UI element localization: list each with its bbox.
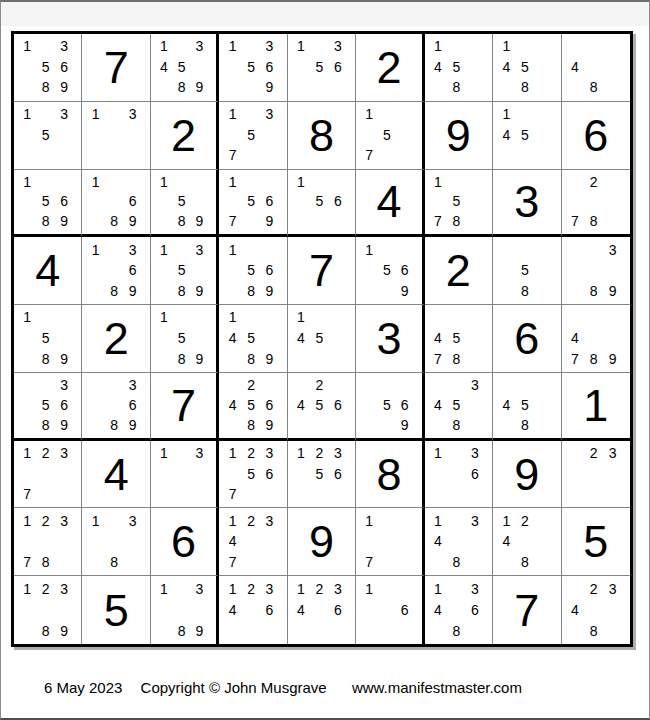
solved-digit: 6	[493, 305, 560, 372]
pencil-marks: 13	[151, 441, 216, 508]
cell-r7c5: 12356	[288, 441, 356, 509]
solved-digit: 1	[562, 373, 630, 438]
cell-r1c8: 1458	[493, 34, 561, 102]
candidate-digit: 2	[310, 375, 328, 395]
cell-r2c8: 145	[493, 102, 561, 170]
solved-digit: 2	[82, 305, 149, 372]
candidate-digit: 6	[329, 57, 347, 78]
candidate-digit: 8	[36, 211, 54, 231]
cell-r3c8: 3	[493, 170, 561, 238]
cell-r4c3: 13589	[151, 237, 219, 305]
candidate-digit: 8	[447, 348, 465, 369]
candidate-digit: 8	[173, 77, 191, 98]
candidate-digit: 5	[242, 328, 260, 349]
solved-digit: 8	[288, 102, 355, 169]
candidate-digit: 4	[566, 328, 585, 349]
candidate-digit: 3	[260, 36, 278, 57]
candidate-digit: 7	[18, 484, 36, 505]
candidate-digit: 4	[292, 599, 310, 620]
candidate-digit: 5	[447, 395, 465, 415]
candidate-digit: 1	[360, 239, 378, 260]
pencil-marks: 1389	[151, 576, 216, 644]
cell-r2c1: 135	[14, 102, 82, 170]
cell-r4c7: 2	[425, 237, 493, 305]
cell-r1c6: 2	[356, 34, 424, 102]
cell-r2c7: 9	[425, 102, 493, 170]
cell-r4c2: 13689	[82, 237, 150, 305]
candidate-digit: 6	[260, 191, 278, 211]
candidate-digit: 3	[191, 36, 209, 57]
candidate-digit: 5	[447, 328, 465, 349]
candidate-digit: 7	[429, 211, 447, 231]
cell-r7c4: 123567	[219, 441, 287, 509]
pencil-marks: 1578	[425, 170, 492, 235]
cell-r1c4: 13569	[219, 34, 287, 102]
candidate-digit: 8	[584, 211, 603, 231]
candidate-digit: 8	[105, 281, 123, 302]
candidate-digit: 3	[329, 443, 347, 464]
candidate-digit: 8	[36, 77, 54, 98]
pencil-marks: 12346	[288, 576, 355, 644]
pencil-marks: 13	[82, 102, 149, 169]
cell-r6c9: 1	[562, 373, 630, 441]
candidate-digit: 1	[155, 239, 173, 260]
candidate-digit: 2	[36, 443, 54, 464]
candidate-digit: 4	[429, 599, 447, 620]
candidate-digit: 5	[310, 328, 328, 349]
pencil-marks: 156	[288, 170, 355, 235]
cell-r4c8: 58	[493, 237, 561, 305]
candidate-digit: 3	[260, 443, 278, 464]
candidate-digit: 5	[516, 395, 534, 415]
solved-digit: 6	[562, 102, 630, 169]
solved-digit: 9	[288, 508, 355, 575]
cell-r6c1: 35689	[14, 373, 82, 441]
candidate-digit: 1	[86, 104, 104, 125]
candidate-digit: 1	[18, 104, 36, 125]
cell-r5c9: 4789	[562, 305, 630, 373]
candidate-digit: 5	[173, 57, 191, 78]
candidate-digit: 1	[18, 443, 36, 464]
candidate-digit: 8	[584, 348, 603, 369]
candidate-digit: 4	[223, 328, 241, 349]
cell-r5c6: 3	[356, 305, 424, 373]
candidate-digit: 6	[329, 395, 347, 415]
pencil-marks: 12389	[14, 576, 81, 644]
pencil-marks: 1569	[356, 237, 421, 304]
candidate-digit: 6	[260, 395, 278, 415]
solved-digit: 6	[151, 508, 216, 575]
candidate-digit: 8	[447, 620, 465, 641]
candidate-digit: 3	[260, 510, 278, 531]
cell-r5c3: 1589	[151, 305, 219, 373]
pencil-marks: 123567	[219, 441, 286, 508]
cell-r6c2: 3689	[82, 373, 150, 441]
pencil-marks: 4789	[562, 305, 630, 372]
pencil-marks: 35689	[14, 373, 81, 438]
candidate-digit: 9	[260, 77, 278, 98]
solved-digit: 4	[82, 441, 149, 508]
candidate-digit: 6	[396, 395, 414, 415]
candidate-digit: 5	[36, 124, 54, 145]
candidate-digit: 4	[429, 531, 447, 552]
cell-r1c2: 7	[82, 34, 150, 102]
cell-r4c6: 1569	[356, 237, 424, 305]
footer-copyright: Copyright © John Musgrave	[141, 679, 327, 696]
cell-r8c4: 12347	[219, 508, 287, 576]
pencil-marks: 245689	[219, 373, 286, 438]
candidate-digit: 9	[260, 211, 278, 231]
candidate-digit: 5	[310, 463, 328, 484]
candidate-digit: 1	[429, 36, 447, 57]
candidate-digit: 5	[242, 463, 260, 484]
cell-r2c9: 6	[562, 102, 630, 170]
candidate-digit: 4	[566, 599, 585, 620]
pencil-marks: 13569	[219, 34, 286, 101]
candidate-digit: 6	[466, 463, 484, 484]
candidate-digit: 9	[55, 77, 73, 98]
candidate-digit: 7	[360, 552, 378, 573]
solved-digit: 7	[82, 34, 149, 101]
pencil-marks: 1237	[14, 441, 81, 508]
candidate-digit: 4	[155, 57, 173, 78]
candidate-digit: 5	[447, 57, 465, 78]
candidate-digit: 5	[242, 395, 260, 415]
cell-r8c6: 17	[356, 508, 424, 576]
candidate-digit: 8	[105, 211, 123, 231]
candidate-digit: 3	[466, 578, 484, 599]
candidate-digit: 3	[466, 510, 484, 531]
pencil-marks: 12356	[288, 441, 355, 508]
candidate-digit: 4	[292, 328, 310, 349]
pencil-marks: 13689	[82, 237, 149, 304]
solved-digit: 2	[356, 34, 421, 101]
candidate-digit: 1	[360, 578, 378, 599]
pencil-marks: 15689	[219, 237, 286, 304]
candidate-digit: 9	[260, 415, 278, 435]
candidate-digit: 8	[242, 348, 260, 369]
candidate-digit: 7	[566, 211, 585, 231]
candidate-digit: 1	[429, 510, 447, 531]
pencil-marks: 135	[14, 102, 81, 169]
solved-digit: 8	[356, 441, 421, 508]
cell-r8c3: 6	[151, 508, 219, 576]
cell-r5c2: 2	[82, 305, 150, 373]
pencil-marks: 3689	[82, 373, 149, 438]
cell-r8c1: 12378	[14, 508, 82, 576]
candidate-digit: 9	[191, 281, 209, 302]
candidate-digit: 3	[329, 36, 347, 57]
cell-r1c3: 134589	[151, 34, 219, 102]
candidate-digit: 8	[173, 281, 191, 302]
cell-r1c5: 1356	[288, 34, 356, 102]
candidate-digit: 5	[447, 191, 465, 211]
candidate-digit: 9	[396, 281, 414, 302]
candidate-digit: 1	[18, 578, 36, 599]
top-band	[1, 2, 649, 26]
cell-r8c5: 9	[288, 508, 356, 576]
cell-r2c4: 1357	[219, 102, 287, 170]
cell-r6c3: 7	[151, 373, 219, 441]
candidate-digit: 3	[123, 510, 141, 531]
cell-r6c5: 2456	[288, 373, 356, 441]
cell-r9c8: 7	[493, 576, 561, 644]
candidate-digit: 8	[447, 415, 465, 435]
candidate-digit: 2	[242, 510, 260, 531]
pencil-marks: 1458	[425, 34, 492, 101]
cell-r7c7: 136	[425, 441, 493, 509]
solved-digit: 9	[425, 102, 492, 169]
cell-r8c2: 138	[82, 508, 150, 576]
cell-r5c5: 145	[288, 305, 356, 373]
candidate-digit: 7	[429, 348, 447, 369]
candidate-digit: 4	[223, 531, 241, 552]
pencil-marks: 12346	[219, 576, 286, 644]
solved-digit: 5	[82, 576, 149, 644]
cell-r2c3: 2	[151, 102, 219, 170]
candidate-digit: 7	[223, 552, 241, 573]
candidate-digit: 7	[223, 211, 241, 231]
cell-r9c2: 5	[82, 576, 150, 644]
candidate-digit: 1	[360, 104, 378, 125]
candidate-digit: 4	[223, 599, 241, 620]
cell-r3c6: 4	[356, 170, 424, 238]
pencil-marks: 157	[356, 102, 421, 169]
candidate-digit: 3	[329, 578, 347, 599]
candidate-digit: 5	[242, 191, 260, 211]
cell-r9c6: 16	[356, 576, 424, 644]
candidate-digit: 4	[429, 395, 447, 415]
pencil-marks: 16	[356, 576, 421, 644]
candidate-digit: 8	[584, 77, 603, 98]
pencil-marks: 48	[562, 34, 630, 101]
candidate-digit: 1	[18, 510, 36, 531]
candidate-digit: 8	[105, 415, 123, 435]
candidate-digit: 5	[378, 260, 396, 281]
candidate-digit: 9	[55, 620, 73, 641]
pencil-marks: 1589	[14, 305, 81, 372]
candidate-digit: 1	[86, 239, 104, 260]
pencil-marks: 15679	[219, 170, 286, 235]
pencil-marks: 17	[356, 508, 421, 575]
pencil-marks: 12347	[219, 508, 286, 575]
cell-r2c5: 8	[288, 102, 356, 170]
candidate-digit: 2	[516, 510, 534, 531]
candidate-digit: 4	[429, 328, 447, 349]
candidate-digit: 9	[191, 348, 209, 369]
candidate-digit: 8	[242, 415, 260, 435]
candidate-digit: 3	[260, 104, 278, 125]
candidate-digit: 8	[173, 620, 191, 641]
candidate-digit: 1	[155, 172, 173, 192]
candidate-digit: 1	[223, 239, 241, 260]
footer: 6 May 2023 Copyright © John Musgrave www…	[44, 678, 522, 698]
cell-r9c1: 12389	[14, 576, 82, 644]
pencil-marks: 278	[562, 170, 630, 235]
candidate-digit: 9	[123, 415, 141, 435]
candidate-digit: 6	[55, 395, 73, 415]
candidate-digit: 3	[55, 375, 73, 395]
candidate-digit: 2	[584, 578, 603, 599]
candidate-digit: 9	[603, 281, 622, 302]
candidate-digit: 1	[292, 443, 310, 464]
solved-digit: 7	[288, 237, 355, 304]
candidate-digit: 5	[242, 260, 260, 281]
candidate-digit: 1	[155, 578, 173, 599]
candidate-digit: 5	[173, 191, 191, 211]
cell-r3c9: 278	[562, 170, 630, 238]
candidate-digit: 5	[242, 57, 260, 78]
candidate-digit: 6	[396, 260, 414, 281]
cell-r9c3: 1389	[151, 576, 219, 644]
footer-website: www.manifestmaster.com	[352, 679, 522, 696]
pencil-marks: 134589	[151, 34, 216, 101]
cell-r5c7: 4578	[425, 305, 493, 373]
solved-digit: 7	[151, 373, 216, 438]
candidate-digit: 2	[242, 578, 260, 599]
candidate-digit: 8	[516, 77, 534, 98]
pencil-marks: 58	[493, 237, 560, 304]
candidate-digit: 8	[516, 281, 534, 302]
candidate-digit: 6	[123, 191, 141, 211]
candidate-digit: 1	[18, 36, 36, 57]
candidate-digit: 6	[55, 191, 73, 211]
candidate-digit: 8	[584, 281, 603, 302]
solved-digit: 9	[493, 441, 560, 508]
candidate-digit: 6	[260, 463, 278, 484]
candidate-digit: 6	[329, 463, 347, 484]
candidate-digit: 4	[223, 395, 241, 415]
cell-r7c6: 8	[356, 441, 424, 509]
cell-r3c4: 15679	[219, 170, 287, 238]
cell-r2c6: 157	[356, 102, 424, 170]
candidate-digit: 3	[55, 443, 73, 464]
candidate-digit: 1	[155, 36, 173, 57]
candidate-digit: 1	[292, 36, 310, 57]
candidate-digit: 5	[310, 191, 328, 211]
cell-r5c8: 6	[493, 305, 561, 373]
candidate-digit: 4	[497, 531, 515, 552]
candidate-digit: 9	[123, 281, 141, 302]
cell-r7c2: 4	[82, 441, 150, 509]
candidate-digit: 8	[173, 348, 191, 369]
cell-r8c7: 1348	[425, 508, 493, 576]
candidate-digit: 1	[223, 510, 241, 531]
cell-r3c7: 1578	[425, 170, 493, 238]
candidate-digit: 3	[466, 375, 484, 395]
cell-r1c1: 135689	[14, 34, 82, 102]
candidate-digit: 9	[260, 348, 278, 369]
candidate-digit: 1	[497, 510, 515, 531]
pencil-marks: 13468	[425, 576, 492, 644]
candidate-digit: 2	[584, 443, 603, 464]
cell-r3c1: 15689	[14, 170, 82, 238]
candidate-digit: 2	[242, 443, 260, 464]
candidate-digit: 5	[378, 124, 396, 145]
candidate-digit: 8	[447, 77, 465, 98]
candidate-digit: 7	[360, 145, 378, 166]
candidate-digit: 3	[123, 375, 141, 395]
candidate-digit: 7	[223, 484, 241, 505]
solved-digit: 4	[356, 170, 421, 235]
candidate-digit: 9	[55, 348, 73, 369]
candidate-digit: 6	[396, 599, 414, 620]
candidate-digit: 5	[173, 260, 191, 281]
candidate-digit: 5	[516, 124, 534, 145]
candidate-digit: 2	[36, 578, 54, 599]
candidate-digit: 2	[584, 172, 603, 192]
candidate-digit: 8	[36, 552, 54, 573]
pencil-marks: 13589	[151, 237, 216, 304]
candidate-digit: 3	[55, 36, 73, 57]
candidate-digit: 5	[173, 328, 191, 349]
cell-r5c1: 1589	[14, 305, 82, 373]
candidate-digit: 1	[18, 307, 36, 328]
candidate-digit: 1	[360, 510, 378, 531]
candidate-digit: 3	[55, 104, 73, 125]
candidate-digit: 9	[191, 77, 209, 98]
candidate-digit: 4	[292, 395, 310, 415]
candidate-digit: 1	[86, 510, 104, 531]
candidate-digit: 2	[310, 578, 328, 599]
solved-digit: 7	[493, 576, 560, 644]
solved-digit: 3	[493, 170, 560, 235]
candidate-digit: 6	[329, 599, 347, 620]
candidate-digit: 6	[260, 260, 278, 281]
puzzle-page: 1356897134589135691356214581458481351321…	[0, 0, 650, 720]
candidate-digit: 6	[123, 395, 141, 415]
pencil-marks: 14589	[219, 305, 286, 372]
candidate-digit: 6	[123, 260, 141, 281]
candidate-digit: 6	[260, 57, 278, 78]
candidate-digit: 8	[105, 552, 123, 573]
cell-r8c8: 1248	[493, 508, 561, 576]
candidate-digit: 9	[55, 211, 73, 231]
candidate-digit: 5	[310, 395, 328, 415]
pencil-marks: 138	[82, 508, 149, 575]
cell-r3c3: 1589	[151, 170, 219, 238]
candidate-digit: 6	[466, 599, 484, 620]
candidate-digit: 1	[223, 36, 241, 57]
candidate-digit: 4	[497, 57, 515, 78]
candidate-digit: 1	[429, 578, 447, 599]
candidate-digit: 8	[173, 211, 191, 231]
cell-r1c9: 48	[562, 34, 630, 102]
candidate-digit: 9	[191, 211, 209, 231]
candidate-digit: 1	[497, 104, 515, 125]
candidate-digit: 2	[242, 375, 260, 395]
candidate-digit: 4	[497, 124, 515, 145]
candidate-digit: 5	[516, 260, 534, 281]
candidate-digit: 5	[36, 57, 54, 78]
cell-r1c7: 1458	[425, 34, 493, 102]
pencil-marks: 1589	[151, 170, 216, 235]
candidate-digit: 1	[497, 36, 515, 57]
candidate-digit: 1	[223, 104, 241, 125]
cell-r9c5: 12346	[288, 576, 356, 644]
candidate-digit: 4	[566, 57, 585, 78]
candidate-digit: 1	[429, 172, 447, 192]
candidate-digit: 7	[566, 348, 585, 369]
candidate-digit: 3	[603, 578, 622, 599]
candidate-digit: 3	[123, 239, 141, 260]
candidate-digit: 3	[191, 578, 209, 599]
candidate-digit: 7	[223, 145, 241, 166]
solved-digit: 2	[425, 237, 492, 304]
pencil-marks: 1589	[151, 305, 216, 372]
candidate-digit: 2	[310, 443, 328, 464]
candidate-digit: 3	[191, 239, 209, 260]
